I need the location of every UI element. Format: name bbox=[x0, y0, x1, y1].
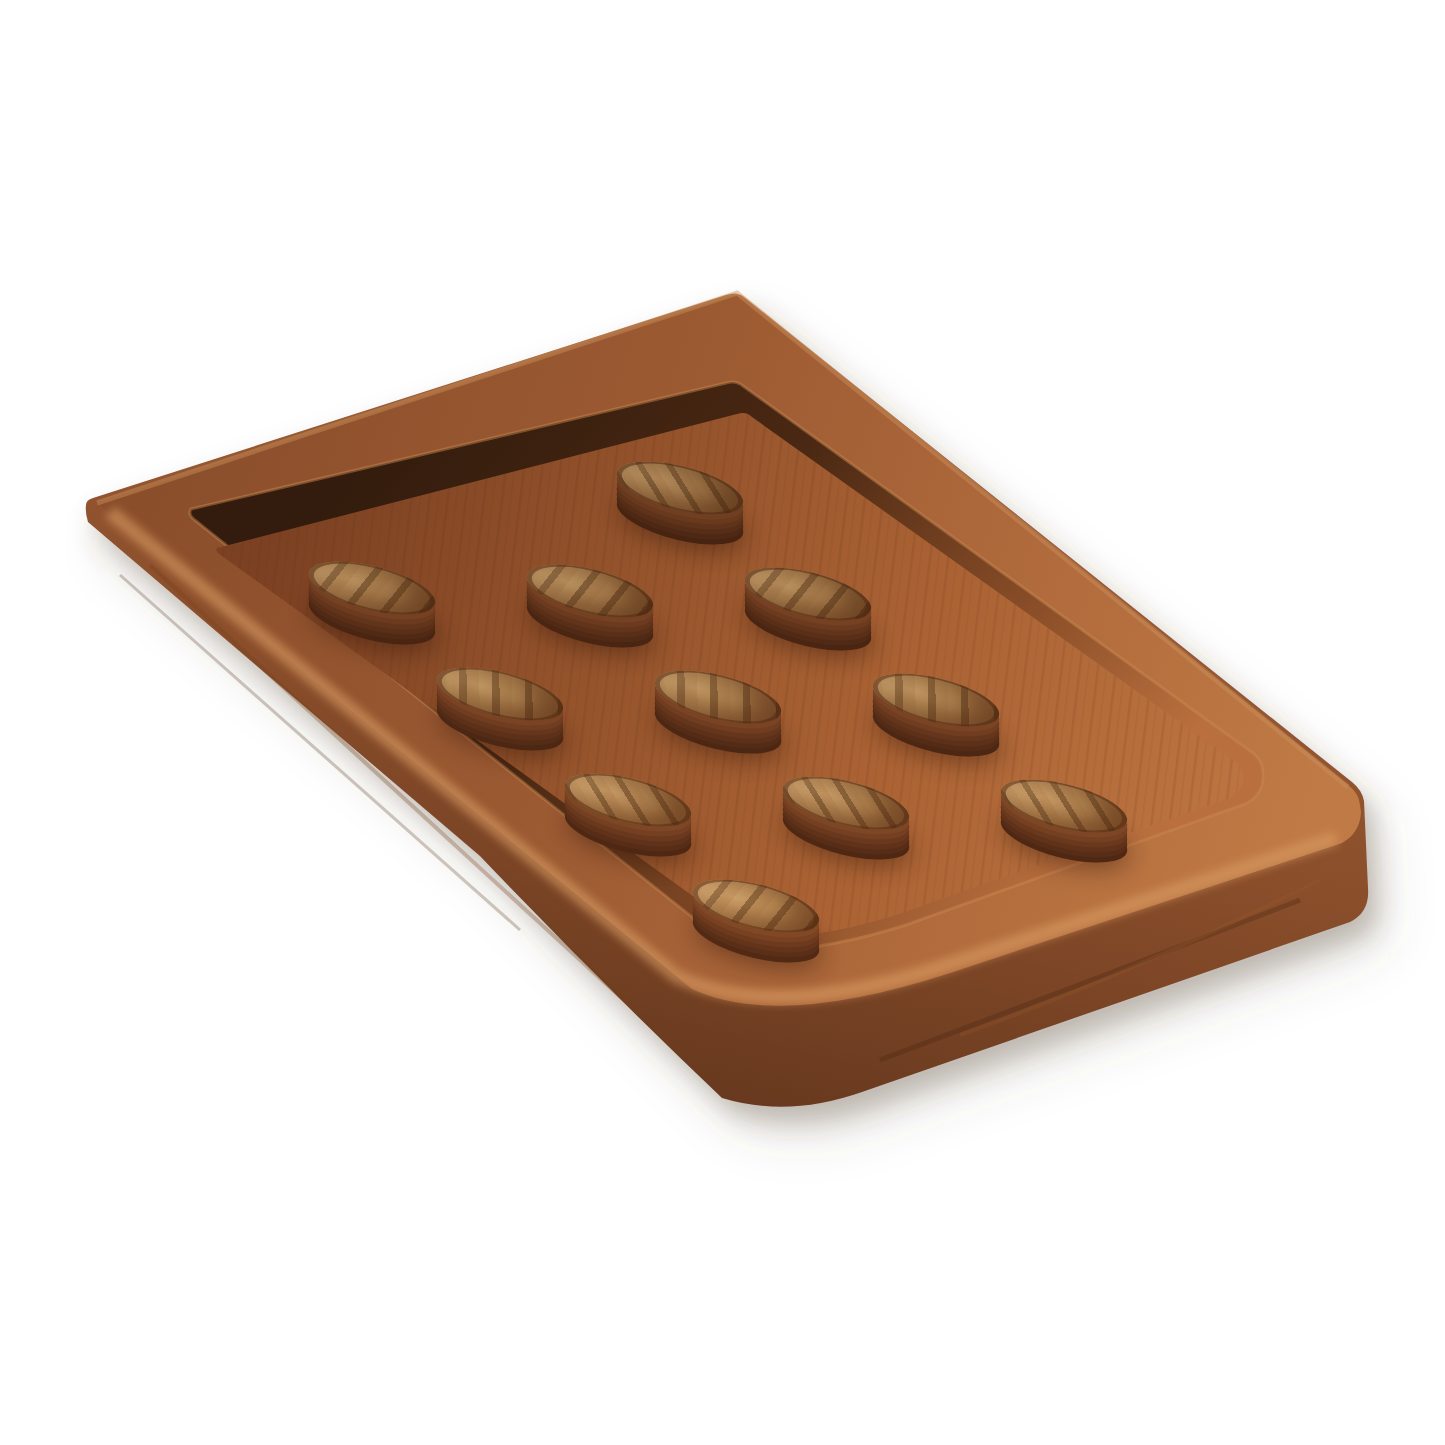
piece-r1c3[interactable]: ● bbox=[594, 461, 767, 516]
piece-r5c1[interactable]: ● bbox=[670, 879, 843, 934]
piece-r4c2[interactable]: ● bbox=[760, 776, 933, 831]
piece-glyph: ● bbox=[760, 776, 933, 831]
piece-glyph: ● bbox=[594, 461, 767, 516]
piece-glyph: ● bbox=[722, 567, 895, 622]
piece-r2c1[interactable]: ● bbox=[286, 561, 459, 616]
piece-glyph: ● bbox=[670, 879, 843, 934]
piece-r2c3[interactable]: ● bbox=[722, 567, 895, 622]
piece-glyph: ● bbox=[632, 670, 805, 725]
piece-glyph: ● bbox=[542, 773, 715, 828]
piece-r3c3[interactable]: ● bbox=[850, 673, 1023, 728]
piece-r2c2[interactable]: ● bbox=[504, 564, 677, 619]
piece-r3c1[interactable]: ● bbox=[414, 667, 587, 722]
piece-r4c3[interactable]: ● bbox=[978, 779, 1151, 834]
piece-glyph: ● bbox=[414, 667, 587, 722]
product-photo: ●●●●●●●●●●● bbox=[0, 0, 1445, 1445]
piece-glyph: ● bbox=[850, 673, 1023, 728]
piece-r4c1[interactable]: ● bbox=[542, 773, 715, 828]
piece-glyph: ● bbox=[286, 561, 459, 616]
piece-glyph: ● bbox=[504, 564, 677, 619]
piece-glyph: ● bbox=[978, 779, 1151, 834]
piece-r3c2[interactable]: ● bbox=[632, 670, 805, 725]
